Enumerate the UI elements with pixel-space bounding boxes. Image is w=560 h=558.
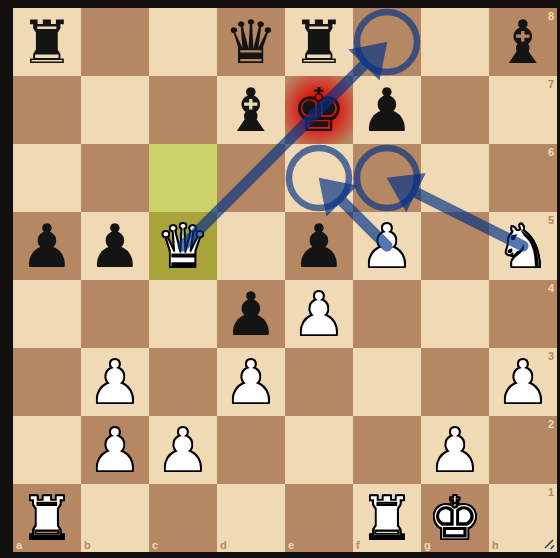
square-a3[interactable]: [13, 348, 81, 416]
square-e5[interactable]: ♟: [285, 212, 353, 280]
rank-label-1: 1: [548, 486, 554, 498]
square-b6[interactable]: [81, 144, 149, 212]
square-d8[interactable]: ♛: [217, 8, 285, 76]
piece-black-rook[interactable]: ♜: [20, 8, 74, 76]
square-e2[interactable]: [285, 416, 353, 484]
piece-white-pawn[interactable]: ♟: [156, 416, 210, 484]
piece-black-rook[interactable]: ♜: [292, 8, 346, 76]
square-b8[interactable]: [81, 8, 149, 76]
square-d5[interactable]: [217, 212, 285, 280]
square-b3[interactable]: ♟: [81, 348, 149, 416]
rank-label-7: 7: [548, 78, 554, 90]
square-a5[interactable]: ♟: [13, 212, 81, 280]
square-f8[interactable]: [353, 8, 421, 76]
square-h3[interactable]: ♟3: [489, 348, 557, 416]
piece-white-pawn[interactable]: ♟: [292, 280, 346, 348]
square-h6[interactable]: 6: [489, 144, 557, 212]
square-g2[interactable]: ♟: [421, 416, 489, 484]
square-b2[interactable]: ♟: [81, 416, 149, 484]
square-f4[interactable]: [353, 280, 421, 348]
square-e6[interactable]: [285, 144, 353, 212]
square-d7[interactable]: ♝: [217, 76, 285, 144]
square-c5[interactable]: ♛: [149, 212, 217, 280]
square-c7[interactable]: [149, 76, 217, 144]
square-f5[interactable]: ♟: [353, 212, 421, 280]
square-d3[interactable]: ♟: [217, 348, 285, 416]
piece-white-pawn[interactable]: ♟: [224, 348, 278, 416]
piece-white-pawn[interactable]: ♟: [428, 416, 482, 484]
square-h4[interactable]: 4: [489, 280, 557, 348]
square-f3[interactable]: [353, 348, 421, 416]
square-h8[interactable]: ♝8: [489, 8, 557, 76]
square-h2[interactable]: 2: [489, 416, 557, 484]
file-label-d: d: [220, 539, 227, 551]
square-f6[interactable]: [353, 144, 421, 212]
piece-white-rook[interactable]: ♜: [360, 484, 414, 552]
piece-white-knight[interactable]: ♞: [496, 212, 550, 280]
square-c8[interactable]: [149, 8, 217, 76]
piece-white-pawn[interactable]: ♟: [88, 416, 142, 484]
square-f7[interactable]: ♟: [353, 76, 421, 144]
piece-black-bishop[interactable]: ♝: [224, 76, 278, 144]
piece-black-pawn[interactable]: ♟: [20, 212, 74, 280]
square-g4[interactable]: [421, 280, 489, 348]
rank-label-5: 5: [548, 214, 554, 226]
square-b5[interactable]: ♟: [81, 212, 149, 280]
file-label-h: h: [492, 539, 499, 551]
chess-board: ♜♛♜♝8♝♚♟76♟♟♛♟♟♞5♟♟4♟♟♟3♟♟♟2♜abcde♜f♚gh1: [13, 8, 557, 552]
file-label-g: g: [424, 539, 431, 551]
rank-label-6: 6: [548, 146, 554, 158]
piece-black-pawn[interactable]: ♟: [360, 76, 414, 144]
square-c1[interactable]: c: [149, 484, 217, 552]
rank-label-3: 3: [548, 350, 554, 362]
file-label-b: b: [84, 539, 91, 551]
file-label-a: a: [16, 539, 22, 551]
square-c2[interactable]: ♟: [149, 416, 217, 484]
square-h7[interactable]: 7: [489, 76, 557, 144]
square-d6[interactable]: [217, 144, 285, 212]
square-e7[interactable]: ♚: [285, 76, 353, 144]
square-a1[interactable]: ♜a: [13, 484, 81, 552]
file-label-c: c: [152, 539, 158, 551]
rank-label-8: 8: [548, 10, 554, 22]
square-f1[interactable]: ♜f: [353, 484, 421, 552]
square-e4[interactable]: ♟: [285, 280, 353, 348]
file-label-e: e: [288, 539, 294, 551]
piece-black-queen[interactable]: ♛: [224, 8, 278, 76]
square-a2[interactable]: [13, 416, 81, 484]
square-a4[interactable]: [13, 280, 81, 348]
square-g7[interactable]: [421, 76, 489, 144]
square-a6[interactable]: [13, 144, 81, 212]
square-c3[interactable]: [149, 348, 217, 416]
square-b7[interactable]: [81, 76, 149, 144]
square-a7[interactable]: [13, 76, 81, 144]
square-b4[interactable]: [81, 280, 149, 348]
file-label-f: f: [356, 539, 360, 551]
piece-white-king[interactable]: ♚: [428, 484, 482, 552]
piece-black-pawn[interactable]: ♟: [224, 280, 278, 348]
piece-white-pawn[interactable]: ♟: [496, 348, 550, 416]
piece-white-queen[interactable]: ♛: [156, 212, 210, 280]
board-frame: ♜♛♜♝8♝♚♟76♟♟♛♟♟♞5♟♟4♟♟♟3♟♟♟2♜abcde♜f♚gh1: [0, 0, 560, 558]
square-d2[interactable]: [217, 416, 285, 484]
square-e3[interactable]: [285, 348, 353, 416]
square-g5[interactable]: [421, 212, 489, 280]
piece-black-pawn[interactable]: ♟: [88, 212, 142, 280]
piece-white-pawn[interactable]: ♟: [360, 212, 414, 280]
piece-white-pawn[interactable]: ♟: [88, 348, 142, 416]
square-g8[interactable]: [421, 8, 489, 76]
piece-black-king[interactable]: ♚: [292, 76, 346, 144]
resize-handle-icon[interactable]: [541, 536, 555, 550]
square-c6[interactable]: [149, 144, 217, 212]
piece-white-rook[interactable]: ♜: [20, 484, 74, 552]
square-a8[interactable]: ♜: [13, 8, 81, 76]
square-h5[interactable]: ♞5: [489, 212, 557, 280]
square-g3[interactable]: [421, 348, 489, 416]
last-move-highlight: [149, 144, 217, 212]
square-e8[interactable]: ♜: [285, 8, 353, 76]
square-g1[interactable]: ♚g: [421, 484, 489, 552]
square-c4[interactable]: [149, 280, 217, 348]
square-b1[interactable]: b: [81, 484, 149, 552]
square-f2[interactable]: [353, 416, 421, 484]
piece-black-pawn[interactable]: ♟: [292, 212, 346, 280]
square-e1[interactable]: e: [285, 484, 353, 552]
square-d1[interactable]: d: [217, 484, 285, 552]
rank-label-4: 4: [548, 282, 554, 294]
square-g6[interactable]: [421, 144, 489, 212]
rank-label-2: 2: [548, 418, 554, 430]
piece-black-bishop[interactable]: ♝: [496, 8, 550, 76]
square-d4[interactable]: ♟: [217, 280, 285, 348]
